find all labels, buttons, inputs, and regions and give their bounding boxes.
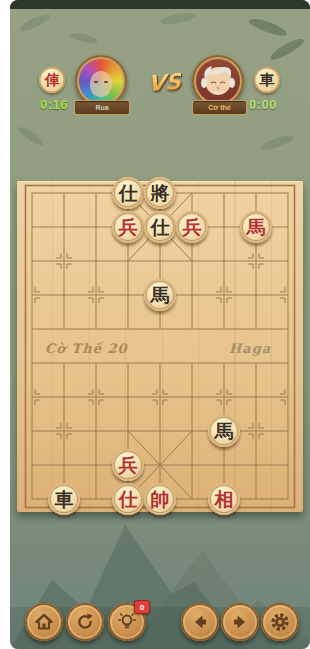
right-player-timer: 0:00: [249, 97, 277, 112]
next-move-button[interactable]: [221, 603, 259, 641]
bamboo-leaf-decoration: [69, 31, 98, 46]
pieces-grid: 仕將兵仕兵馬馬馬兵車仕帥相: [16, 176, 304, 516]
bamboo-leaf-decoration: [247, 15, 288, 38]
restart-icon: [75, 612, 95, 632]
board-piece-black-馬[interactable]: 馬: [144, 279, 176, 311]
match-header: 俥 0:16 Rua VS Cờ thế: [10, 52, 310, 122]
red-chariot-glyph: 俥: [45, 73, 60, 88]
vs-label: VS: [147, 69, 181, 96]
home-button[interactable]: [25, 603, 63, 641]
board-piece-black-將[interactable]: 將: [144, 177, 176, 209]
left-avatar-image: [79, 59, 123, 103]
previous-move-button[interactable]: [181, 603, 219, 641]
lightbulb-icon: [117, 612, 137, 632]
board-piece-red-馬[interactable]: 馬: [240, 211, 272, 243]
board-piece-black-車[interactable]: 車: [48, 483, 80, 515]
hint-count-badge: 0: [134, 600, 150, 614]
board-piece-red-仕[interactable]: 仕: [112, 483, 144, 515]
board-piece-black-馬[interactable]: 馬: [208, 415, 240, 447]
gear-icon: [270, 612, 290, 632]
left-player-side-piece-icon: 俥: [39, 67, 65, 93]
board-piece-black-仕[interactable]: 仕: [144, 211, 176, 243]
board-piece-red-兵[interactable]: 兵: [176, 211, 208, 243]
board-piece-red-帥[interactable]: 帥: [144, 483, 176, 515]
xiangqi-board[interactable]: Cờ Thế 20 Haga 仕將兵仕兵馬馬馬兵車仕帥相: [17, 181, 303, 512]
bamboo-leaf-decoration: [16, 124, 45, 148]
hint-button[interactable]: 0: [108, 603, 146, 641]
right-player-nameplate: Cờ thế: [192, 100, 247, 115]
restart-button[interactable]: [66, 603, 104, 641]
bottom-toolbar: 0: [10, 600, 310, 644]
bamboo-leaf-decoration: [18, 11, 53, 34]
arrow-left-icon: [190, 612, 210, 632]
black-chariot-glyph: 車: [260, 73, 275, 88]
right-avatar-image: [196, 59, 240, 103]
left-player-nameplate: Rua: [74, 100, 130, 115]
old-man-face: [196, 59, 240, 103]
board-piece-red-相[interactable]: 相: [208, 483, 240, 515]
home-icon: [34, 612, 54, 632]
left-player-timer: 0:16: [40, 97, 68, 112]
settings-button[interactable]: [261, 603, 299, 641]
arrow-right-icon: [230, 612, 250, 632]
bamboo-leaf-decoration: [159, 11, 196, 26]
bamboo-leaf-decoration: [259, 133, 294, 152]
board-piece-red-兵[interactable]: 兵: [112, 449, 144, 481]
board-piece-red-兵[interactable]: 兵: [112, 211, 144, 243]
status-bar: [10, 0, 310, 9]
board-piece-black-仕[interactable]: 仕: [112, 177, 144, 209]
app-screen: 俥 0:16 Rua VS Cờ thế: [10, 0, 310, 649]
right-player-side-piece-icon: 車: [254, 67, 280, 93]
